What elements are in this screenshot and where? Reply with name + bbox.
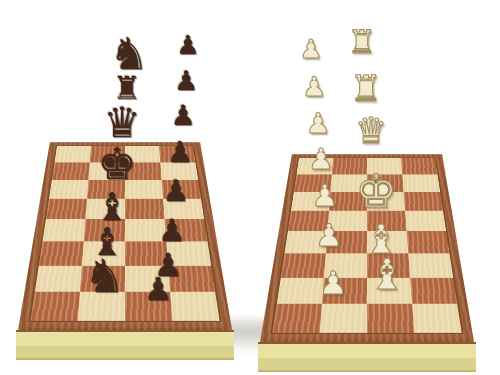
square[interactable] [39,241,84,265]
piece-light-bishop[interactable]: ♝ [368,254,406,296]
piece-light-king[interactable]: ♚ [355,168,396,214]
square[interactable] [401,158,437,174]
square[interactable] [412,304,462,333]
square[interactable] [43,219,86,241]
piece-light-pawn[interactable]: ♟ [305,110,330,138]
piece-dark-pawn[interactable]: ♟ [174,67,198,94]
square[interactable] [402,174,440,191]
square[interactable] [170,292,220,321]
square[interactable] [277,277,324,303]
board-front-edge-right [258,342,476,372]
piece-dark-knight[interactable]: ♞ [83,253,124,299]
piece-dark-king[interactable]: ♚ [97,142,136,186]
piece-light-pawn[interactable]: ♟ [312,181,339,211]
square[interactable] [404,192,443,211]
piece-dark-pawn[interactable]: ♟ [170,102,195,130]
piece-dark-pawn[interactable]: ♟ [167,138,193,167]
piece-light-rook[interactable]: ♜ [348,26,377,58]
piece-dark-pawn[interactable]: ♟ [158,215,186,246]
piece-light-pawn[interactable]: ♟ [315,220,343,251]
square[interactable] [320,304,367,333]
piece-light-pawn[interactable]: ♟ [308,145,334,174]
square[interactable] [407,231,450,253]
square[interactable] [410,277,457,303]
square[interactable] [408,253,453,277]
square[interactable] [30,292,80,321]
board-front-edge-left [16,330,234,360]
chess-set-photo: ♞♜♛♚♝♝♞♟♟♟♟♟♟♟♟♟♟♟♟♟♟♟♜♜♛♚♝♝ [0,0,500,375]
square[interactable] [367,304,414,333]
piece-light-pawn[interactable]: ♟ [302,73,326,100]
piece-light-rook[interactable]: ♜ [350,71,382,107]
piece-dark-pawn[interactable]: ♟ [176,32,199,58]
square[interactable] [55,146,91,162]
piece-dark-pawn[interactable]: ♟ [144,273,173,305]
square[interactable] [405,211,446,231]
square[interactable] [46,199,87,219]
square[interactable] [272,304,322,333]
square[interactable] [35,265,82,291]
piece-light-queen[interactable]: ♛ [355,113,387,149]
square[interactable] [49,180,88,199]
piece-light-pawn[interactable]: ♟ [319,267,348,299]
piece-dark-pawn[interactable]: ♟ [163,176,190,206]
piece-light-pawn[interactable]: ♟ [299,36,322,62]
square[interactable] [52,162,90,179]
